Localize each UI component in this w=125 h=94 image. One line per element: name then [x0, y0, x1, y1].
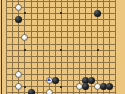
go-app-window [0, 0, 125, 94]
star-point [60, 49, 62, 51]
grid-hline [6, 1, 116, 2]
grid-hline [6, 68, 116, 69]
grid-hline [6, 7, 116, 8]
black-stone [106, 83, 113, 90]
grid-hline [6, 80, 116, 81]
go-board[interactable] [0, 0, 125, 94]
star-point [24, 49, 26, 51]
white-stone [15, 83, 22, 90]
black-stone [28, 89, 35, 94]
grid-hline [6, 44, 116, 45]
grid-hline [6, 19, 116, 20]
grid-hline [6, 62, 116, 63]
black-stone [82, 83, 89, 90]
grid-hline [6, 56, 116, 57]
white-stone [15, 4, 22, 11]
star-point [60, 12, 62, 14]
last-move-marker [47, 78, 51, 81]
star-point [60, 86, 62, 88]
white-stone [46, 89, 53, 94]
grid-hline [6, 25, 116, 26]
black-stone [94, 10, 101, 17]
board-left-edge [1, 0, 2, 94]
black-stone [15, 16, 22, 23]
white-stone [15, 71, 22, 78]
star-point [97, 49, 99, 51]
black-stone [52, 77, 59, 84]
white-stone [21, 34, 28, 41]
grid-hline [6, 74, 116, 75]
star-point [24, 12, 26, 14]
grid-hline [6, 92, 116, 93]
star-point [24, 86, 26, 88]
grid-hline [6, 31, 116, 32]
